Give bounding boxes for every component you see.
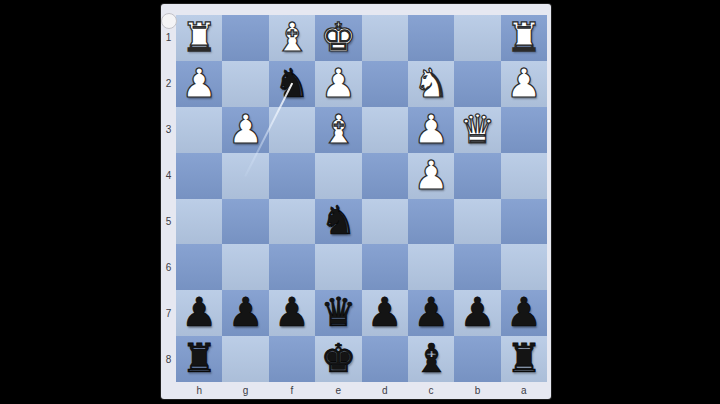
square-a6[interactable] [501, 244, 547, 290]
black-pawn-b7[interactable]: ♟ [454, 290, 500, 336]
square-b8[interactable] [454, 336, 500, 382]
square-f8[interactable] [269, 336, 315, 382]
square-d3[interactable] [362, 107, 408, 153]
black-pawn-h7[interactable]: ♟ [176, 290, 222, 336]
square-a3[interactable] [501, 107, 547, 153]
white-pawn-c3[interactable]: ♟ [408, 107, 454, 153]
file-label-f: f [269, 382, 315, 399]
square-h8[interactable]: ♜ [176, 336, 222, 382]
square-b6[interactable] [454, 244, 500, 290]
black-rook-h8[interactable]: ♜ [176, 336, 222, 382]
file-label-g: g [222, 382, 268, 399]
square-g4[interactable] [222, 153, 268, 199]
square-g7[interactable]: ♟ [222, 290, 268, 336]
rank-label-3: 3 [161, 107, 176, 153]
square-h5[interactable] [176, 199, 222, 245]
square-e1[interactable]: ♚ [315, 15, 361, 61]
rank-label-7: 7 [161, 290, 176, 336]
black-pawn-g7[interactable]: ♟ [222, 290, 268, 336]
square-c8[interactable]: ♝ [408, 336, 454, 382]
square-f1[interactable]: ♝ [269, 15, 315, 61]
square-b4[interactable] [454, 153, 500, 199]
black-rook-a8[interactable]: ♜ [501, 336, 547, 382]
square-b7[interactable]: ♟ [454, 290, 500, 336]
square-b2[interactable] [454, 61, 500, 107]
rank-label-6: 6 [161, 244, 176, 290]
square-e7[interactable]: ♛ [315, 290, 361, 336]
square-c5[interactable] [408, 199, 454, 245]
square-c3[interactable]: ♟ [408, 107, 454, 153]
rank-label-2: 2 [161, 61, 176, 107]
square-h4[interactable] [176, 153, 222, 199]
square-d8[interactable] [362, 336, 408, 382]
square-c6[interactable] [408, 244, 454, 290]
white-pawn-g3[interactable]: ♟ [222, 107, 268, 153]
file-label-a: a [501, 382, 547, 399]
board-squares: ♜♝♚♜♟♞♟♞♟♟♝♟♛♟♞♟♟♟♛♟♟♟♟♜♚♝♜ [176, 15, 547, 382]
rank-label-4: 4 [161, 153, 176, 199]
square-f7[interactable]: ♟ [269, 290, 315, 336]
square-f3[interactable] [269, 107, 315, 153]
square-h1[interactable]: ♜ [176, 15, 222, 61]
square-d7[interactable]: ♟ [362, 290, 408, 336]
square-b5[interactable] [454, 199, 500, 245]
white-bishop-f1[interactable]: ♝ [269, 15, 315, 61]
square-d6[interactable] [362, 244, 408, 290]
white-king-e1[interactable]: ♚ [315, 15, 361, 61]
square-f6[interactable] [269, 244, 315, 290]
file-label-d: d [362, 382, 408, 399]
square-h2[interactable]: ♟ [176, 61, 222, 107]
black-bishop-c8[interactable]: ♝ [408, 336, 454, 382]
square-g3[interactable]: ♟ [222, 107, 268, 153]
black-pawn-f7[interactable]: ♟ [269, 290, 315, 336]
white-knight-c2[interactable]: ♞ [408, 61, 454, 107]
square-f4[interactable] [269, 153, 315, 199]
file-labels: hgfedcba [176, 382, 547, 399]
file-label-b: b [454, 382, 500, 399]
black-pawn-c7[interactable]: ♟ [408, 290, 454, 336]
square-e6[interactable] [315, 244, 361, 290]
square-d1[interactable] [362, 15, 408, 61]
square-c2[interactable]: ♞ [408, 61, 454, 107]
chess-board: 12345678 hgfedcba ♜♝♚♜♟♞♟♞♟♟♝♟♛♟♞♟♟♟♛♟♟♟… [161, 4, 551, 399]
black-king-e8[interactable]: ♚ [315, 336, 361, 382]
square-h3[interactable] [176, 107, 222, 153]
rank-labels: 12345678 [161, 15, 176, 382]
square-e4[interactable] [315, 153, 361, 199]
square-h6[interactable] [176, 244, 222, 290]
file-label-c: c [408, 382, 454, 399]
square-g8[interactable] [222, 336, 268, 382]
white-rook-h1[interactable]: ♜ [176, 15, 222, 61]
square-a2[interactable]: ♟ [501, 61, 547, 107]
square-e8[interactable]: ♚ [315, 336, 361, 382]
file-label-h: h [176, 382, 222, 399]
square-g5[interactable] [222, 199, 268, 245]
white-to-move-indicator [161, 13, 177, 29]
white-pawn-c4[interactable]: ♟ [408, 153, 454, 199]
square-f2[interactable]: ♞ [269, 61, 315, 107]
rank-label-8: 8 [161, 336, 176, 382]
square-a4[interactable] [501, 153, 547, 199]
black-knight-e5[interactable]: ♞ [315, 199, 361, 245]
file-label-e: e [315, 382, 361, 399]
white-queen-b3[interactable]: ♛ [454, 107, 500, 153]
black-pawn-a7[interactable]: ♟ [501, 290, 547, 336]
white-bishop-e3[interactable]: ♝ [315, 107, 361, 153]
square-d5[interactable] [362, 199, 408, 245]
square-b3[interactable]: ♛ [454, 107, 500, 153]
square-e5[interactable]: ♞ [315, 199, 361, 245]
square-c7[interactable]: ♟ [408, 290, 454, 336]
square-g2[interactable] [222, 61, 268, 107]
square-g1[interactable] [222, 15, 268, 61]
square-g6[interactable] [222, 244, 268, 290]
video-frame: 12345678 hgfedcba ♜♝♚♜♟♞♟♞♟♟♝♟♛♟♞♟♟♟♛♟♟♟… [0, 0, 720, 404]
square-d2[interactable] [362, 61, 408, 107]
white-pawn-a2[interactable]: ♟ [501, 61, 547, 107]
square-c4[interactable]: ♟ [408, 153, 454, 199]
square-b1[interactable] [454, 15, 500, 61]
black-queen-e7[interactable]: ♛ [315, 290, 361, 336]
square-e3[interactable]: ♝ [315, 107, 361, 153]
square-h7[interactable]: ♟ [176, 290, 222, 336]
square-d4[interactable] [362, 153, 408, 199]
square-a5[interactable] [501, 199, 547, 245]
rank-label-5: 5 [161, 199, 176, 245]
square-c1[interactable] [408, 15, 454, 61]
black-pawn-d7[interactable]: ♟ [362, 290, 408, 336]
square-a8[interactable]: ♜ [501, 336, 547, 382]
square-a7[interactable]: ♟ [501, 290, 547, 336]
white-pawn-e2[interactable]: ♟ [315, 61, 361, 107]
white-rook-a1[interactable]: ♜ [501, 15, 547, 61]
square-a1[interactable]: ♜ [501, 15, 547, 61]
square-f5[interactable] [269, 199, 315, 245]
white-pawn-h2[interactable]: ♟ [176, 61, 222, 107]
black-knight-f2[interactable]: ♞ [269, 61, 315, 107]
square-e2[interactable]: ♟ [315, 61, 361, 107]
